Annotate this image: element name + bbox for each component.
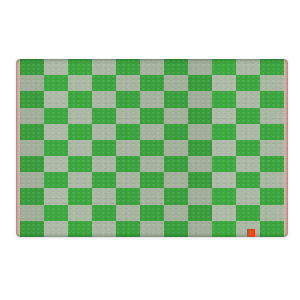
board-cell [92,91,116,107]
board-cell [20,188,44,204]
board-cell [260,188,284,204]
board-cell [116,108,140,124]
board-cell [260,59,284,75]
board-cell [20,124,44,140]
board-cell [44,59,68,75]
board-cell [92,188,116,204]
board-cell [188,59,212,75]
board-cell [236,91,260,107]
board-cell [92,156,116,172]
board-cell [212,108,236,124]
board-cell [68,172,92,188]
board-cell [92,205,116,221]
board-cell [116,188,140,204]
board-cell [236,188,260,204]
board-cell [212,140,236,156]
board-cell [188,124,212,140]
board-cell [164,91,188,107]
board-cell [212,221,236,237]
board-cell [44,221,68,237]
board-cell [44,188,68,204]
board-cell [260,172,284,188]
board-cell [188,156,212,172]
board-cell [236,156,260,172]
board-cell [44,156,68,172]
board-cell [212,188,236,204]
board-cell [140,124,164,140]
board-cell [116,75,140,91]
board-cell [236,124,260,140]
board-cell [188,140,212,156]
board-cell [44,108,68,124]
board-cell [236,172,260,188]
board-cell [92,124,116,140]
board-cell [20,205,44,221]
checkerboard-mat [16,59,288,237]
board-cell [116,221,140,237]
board-cell [68,205,92,221]
board-cell [164,124,188,140]
board-cell [44,75,68,91]
board-cell [20,156,44,172]
board-cell [140,221,164,237]
board-cell [188,205,212,221]
board-cell [164,188,188,204]
board-cell [68,124,92,140]
board-cell [92,75,116,91]
board-cell [116,156,140,172]
board-cell [44,124,68,140]
board-cell [236,205,260,221]
board-cell [20,221,44,237]
board-cell [212,91,236,107]
board-cell [68,221,92,237]
board-cell [116,205,140,221]
board-cell [140,156,164,172]
board-cell [20,140,44,156]
board-cell [260,221,284,237]
board-cell [92,140,116,156]
board-cell [116,172,140,188]
board-cell [188,221,212,237]
board-cell [92,59,116,75]
board-cell [164,140,188,156]
product-photo [0,0,300,300]
board-cell [68,59,92,75]
board-cell [164,156,188,172]
board-cell [260,140,284,156]
board-cell [260,156,284,172]
board-cell [212,156,236,172]
board-cell [212,59,236,75]
board-cell [92,172,116,188]
board-cell [20,59,44,75]
board-cell [68,140,92,156]
board-cell [164,59,188,75]
board-cell [116,91,140,107]
board-cell [260,124,284,140]
board-cell [44,91,68,107]
board-cell [116,140,140,156]
board-cell [68,91,92,107]
board-cell [68,108,92,124]
board-cell [20,75,44,91]
board-cell [44,140,68,156]
brand-tag [247,229,255,237]
board-cell [164,172,188,188]
checkerboard-grid [20,59,284,237]
board-cell [140,59,164,75]
board-cell [260,75,284,91]
board-cell [236,75,260,91]
board-cell [164,221,188,237]
board-cell [188,108,212,124]
board-cell [140,75,164,91]
board-cell [68,188,92,204]
board-cell [116,124,140,140]
board-cell [236,59,260,75]
board-cell [140,188,164,204]
board-cell [20,91,44,107]
board-cell [140,108,164,124]
board-cell [140,91,164,107]
board-cell [44,172,68,188]
board-cell [92,221,116,237]
board-cell [68,75,92,91]
board-cell [68,156,92,172]
board-cell [212,124,236,140]
board-cell [116,59,140,75]
board-cell [188,188,212,204]
board-cell [44,205,68,221]
board-cell [236,108,260,124]
board-cell [20,108,44,124]
board-cell [164,108,188,124]
board-cell [140,140,164,156]
board-cell [212,172,236,188]
board-cell [236,140,260,156]
board-cell [188,75,212,91]
board-cell [188,91,212,107]
board-cell [188,172,212,188]
selvedge-edge-right [284,59,288,237]
board-cell [140,205,164,221]
board-cell [212,205,236,221]
board-cell [20,172,44,188]
board-cell [164,205,188,221]
board-cell [164,75,188,91]
board-cell [260,108,284,124]
board-cell [212,75,236,91]
board-cell [260,205,284,221]
board-cell [92,108,116,124]
board-cell [140,172,164,188]
board-cell [260,91,284,107]
